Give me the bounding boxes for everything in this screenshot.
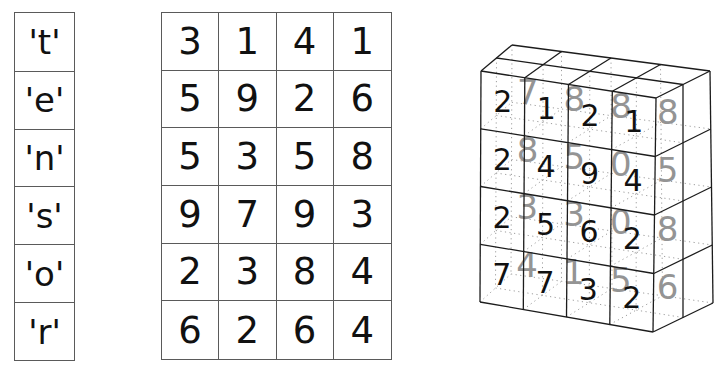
cube-edge (653, 98, 656, 332)
tensor-front-digit-r2c2: 6 (579, 214, 598, 249)
cube-edge (610, 91, 613, 324)
cube-edge (481, 160, 512, 187)
cube-edge (496, 173, 683, 201)
cube-edge (568, 116, 611, 143)
tensor-front-digit-r1c2: 9 (580, 156, 599, 191)
matrix-cell-r1c3: 6 (334, 71, 391, 129)
tensor-front-digit-r0c0: 2 (493, 84, 512, 119)
cube-edge (512, 45, 710, 71)
cube-edge (568, 173, 612, 201)
cube-edge (523, 281, 561, 309)
matrix-cell-r5c1: 2 (219, 301, 276, 359)
tensor-back-digit-r1c3: 5 (657, 150, 679, 190)
matrix-cell-r0c2: 4 (277, 13, 334, 71)
matrix-cell-r1c0: 5 (162, 71, 219, 129)
vector-grid: 't''e''n''s''o''r' (14, 12, 75, 361)
vector-cell-4: 'o' (15, 244, 74, 302)
cube-edge (567, 85, 569, 318)
matrix-cell-r4c2: 8 (277, 244, 334, 302)
cube-edge (611, 180, 662, 208)
cube-edge (653, 303, 713, 332)
cube-edge (569, 58, 612, 85)
matrix-cell-r1c2: 2 (277, 71, 334, 129)
matrix-cell-r4c3: 4 (334, 244, 391, 302)
cube-edge (512, 160, 712, 188)
matrix-cell-r4c1: 3 (219, 244, 276, 302)
cube-edge (610, 238, 662, 266)
cube-edge (480, 217, 511, 245)
cube-edge (710, 71, 713, 303)
vector-cell-0: 't' (15, 13, 74, 71)
tensor-back-digit-r1c0: 8 (517, 130, 539, 170)
tensor-front-digit-r3c2: 3 (579, 272, 598, 307)
matrix-cell-r2c3: 8 (334, 128, 391, 186)
cube-edge (611, 58, 612, 289)
tensor-front-digit-r0c3: 1 (624, 104, 643, 139)
tensor-hidden-edges (480, 45, 713, 325)
tensor-rank-diagram: { "game": "tensor-rank-diagram (1-D char… (0, 0, 725, 373)
cube-edge (655, 187, 712, 215)
tensor-front-digit-r3c0: 7 (492, 257, 511, 292)
matrix-cell-r3c2: 9 (277, 186, 334, 244)
tensor-back-digit-r0c2: 8 (610, 86, 632, 126)
cube-edge (481, 71, 656, 98)
tensor-back-digit-r3c2: 5 (610, 260, 632, 300)
matrix-cell-r2c2: 5 (277, 128, 334, 186)
tensor-solid-edges (480, 45, 713, 332)
cube-edge (497, 58, 684, 85)
matrix-cell-r5c0: 6 (162, 301, 219, 359)
tensor-back-digit-r2c2: 0 (610, 202, 632, 242)
cube-edge (480, 274, 511, 302)
tensor-back-digit-r3c1: 1 (563, 252, 585, 292)
cube-edge (655, 129, 711, 157)
matrix-cell-r2c1: 3 (219, 128, 276, 186)
matrix-cell-r5c2: 6 (277, 301, 334, 359)
matrix-cell-r0c3: 1 (334, 13, 391, 71)
tensor-front-digit-r2c1: 5 (536, 207, 555, 242)
cube-edge (612, 122, 661, 149)
cube-edge (480, 244, 654, 273)
matrix-cell-r3c0: 9 (162, 186, 219, 244)
cube-edge (661, 65, 663, 296)
tensor-front-digits: 2121249425627732 (492, 84, 643, 315)
tensor-back-digit-r2c3: 8 (657, 209, 679, 249)
cube-edge (512, 102, 711, 129)
cube-edge (567, 231, 612, 259)
tensor-back-digit-r0c1: 8 (564, 79, 586, 119)
tensor-front-digit-r3c1: 7 (536, 265, 555, 300)
matrix-cell-r3c3: 3 (334, 186, 391, 244)
tensor-front-digit-r1c3: 4 (624, 163, 643, 198)
cube-edge (480, 302, 653, 332)
tensor-back-digit-r1c1: 5 (563, 137, 585, 177)
cube-edge (481, 129, 656, 157)
cube-edge (524, 109, 561, 136)
cube-edge (496, 58, 497, 288)
vector-cell-3: 's' (15, 186, 74, 244)
cube-edge (481, 187, 655, 216)
cube-edge (481, 102, 512, 129)
tensor-front-digit-r1c1: 4 (536, 149, 555, 184)
cube-edge (654, 245, 713, 274)
matrix-cell-r4c0: 2 (162, 244, 219, 302)
matrix-cell-r0c0: 3 (162, 13, 219, 71)
cube-edge (511, 45, 512, 274)
matrix-cell-r2c0: 5 (162, 128, 219, 186)
tensor-back-digit-r2c0: 3 (516, 187, 538, 227)
tensor-front-digit-r3c3: 2 (622, 280, 641, 315)
vector-cell-1: 'e' (15, 71, 74, 129)
cube-edge (496, 231, 683, 260)
matrix-grid: 314159265358979323846264 (161, 12, 392, 360)
matrix-cell-r1c1: 9 (219, 71, 276, 129)
cube-edge (496, 288, 684, 318)
tensor-front-digit-r0c1: 1 (537, 91, 556, 126)
tensor-front-digit-r2c3: 2 (623, 221, 642, 256)
tensor-back-digit-r2c1: 3 (563, 194, 585, 234)
cube-edge (567, 289, 613, 318)
cube-edge (589, 71, 590, 302)
cube-edge (524, 166, 562, 193)
cube-edge (524, 224, 562, 252)
vector-cell-2: 'n' (15, 129, 74, 187)
cube-edge (525, 52, 562, 78)
cube-edge (610, 296, 663, 325)
cube-edge (511, 217, 712, 245)
cube-edge (523, 78, 525, 310)
cube-edge (480, 71, 481, 302)
cube-edge (612, 65, 660, 92)
cube-edge (542, 65, 543, 296)
tensor-back-digit-r3c3: 6 (657, 267, 679, 307)
vector-cell-5: 'r' (15, 302, 74, 360)
cube-edge (511, 274, 713, 303)
tensor-front-digit-r2c0: 2 (493, 200, 512, 235)
cube-edge (481, 45, 512, 71)
tensor-front-digit-r1c0: 2 (493, 142, 512, 177)
tensor-front-digit-r0c2: 2 (581, 98, 600, 133)
matrix-cell-r5c3: 4 (334, 301, 391, 359)
cube-edge (656, 71, 710, 98)
cube-edge (496, 116, 683, 143)
tensor-back-digits: 7888850533084156 (516, 72, 678, 307)
tensor-back-digit-r1c2: 0 (610, 144, 632, 184)
matrix-cell-r0c1: 1 (219, 13, 276, 71)
matrix-cell-r3c1: 7 (219, 186, 276, 244)
tensor-back-digit-r0c3: 8 (657, 92, 679, 132)
tensor-back-digit-r0c0: 7 (517, 72, 539, 112)
tensor-back-digit-r3c0: 4 (516, 245, 538, 285)
